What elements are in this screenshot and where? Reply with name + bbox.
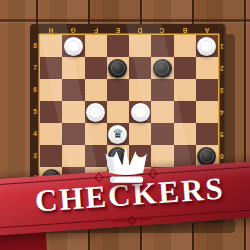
board-square[interactable] bbox=[174, 145, 196, 167]
board-square[interactable] bbox=[129, 123, 151, 145]
game-splash: HGFEDCBA 87654321 12345678 ♛ CHECKERS bbox=[0, 0, 250, 250]
board-square[interactable] bbox=[85, 79, 107, 101]
board-square[interactable] bbox=[107, 57, 129, 79]
board-square[interactable]: ♛ bbox=[107, 123, 129, 145]
coordinate-label: H bbox=[40, 25, 62, 35]
board-square[interactable] bbox=[196, 79, 218, 101]
board-square[interactable] bbox=[40, 101, 62, 123]
checker-black[interactable] bbox=[108, 59, 127, 78]
board-square[interactable] bbox=[174, 79, 196, 101]
checker-black[interactable] bbox=[153, 59, 172, 78]
checker-white[interactable] bbox=[64, 37, 83, 56]
coordinate-label: 8 bbox=[30, 35, 40, 57]
crown-icon bbox=[104, 145, 150, 189]
coordinate-letters-top: HGFEDCBA bbox=[40, 25, 218, 35]
board-square[interactable] bbox=[85, 123, 107, 145]
board-square[interactable] bbox=[40, 79, 62, 101]
board-square[interactable] bbox=[62, 145, 84, 167]
board-square[interactable] bbox=[196, 57, 218, 79]
coordinate-label: B bbox=[174, 25, 196, 35]
board-square[interactable] bbox=[151, 123, 173, 145]
board-square[interactable] bbox=[107, 79, 129, 101]
board-square[interactable] bbox=[174, 57, 196, 79]
board-square[interactable] bbox=[196, 123, 218, 145]
coordinate-label: 7 bbox=[30, 57, 40, 79]
checker-white[interactable] bbox=[197, 37, 216, 56]
board-square[interactable] bbox=[40, 145, 62, 167]
board-square[interactable] bbox=[107, 101, 129, 123]
board-square[interactable] bbox=[151, 35, 173, 57]
board-square[interactable] bbox=[40, 35, 62, 57]
board-square[interactable] bbox=[174, 101, 196, 123]
coordinate-label: G bbox=[62, 25, 84, 35]
board-square[interactable] bbox=[85, 101, 107, 123]
board-square[interactable] bbox=[40, 123, 62, 145]
king-crown-mark: ♛ bbox=[108, 125, 127, 144]
board-square[interactable] bbox=[151, 79, 173, 101]
checker-white[interactable] bbox=[86, 103, 105, 122]
coordinate-label: F bbox=[85, 25, 107, 35]
board-square[interactable] bbox=[62, 101, 84, 123]
board-square[interactable] bbox=[129, 57, 151, 79]
coordinate-label: E bbox=[107, 25, 129, 35]
coordinate-label: 4 bbox=[218, 101, 226, 123]
coordinate-label: C bbox=[151, 25, 173, 35]
board-square[interactable] bbox=[85, 57, 107, 79]
board-square[interactable] bbox=[40, 57, 62, 79]
board-square[interactable] bbox=[62, 35, 84, 57]
checker-white-king[interactable]: ♛ bbox=[108, 125, 127, 144]
board-square[interactable] bbox=[85, 35, 107, 57]
coordinate-label: A bbox=[196, 25, 218, 35]
coordinate-label: 1 bbox=[218, 35, 226, 57]
coordinate-label: 2 bbox=[218, 57, 226, 79]
checker-black[interactable] bbox=[197, 147, 216, 166]
wall-plank-groove bbox=[0, 19, 250, 22]
coordinate-label: 3 bbox=[30, 145, 40, 167]
board-square[interactable] bbox=[62, 79, 84, 101]
board-square[interactable] bbox=[174, 123, 196, 145]
board-square[interactable] bbox=[129, 35, 151, 57]
board-square[interactable] bbox=[151, 57, 173, 79]
coordinate-label: 5 bbox=[218, 123, 226, 145]
board-square[interactable] bbox=[174, 35, 196, 57]
coordinate-label: 5 bbox=[30, 101, 40, 123]
checker-white[interactable] bbox=[131, 103, 150, 122]
board-square[interactable] bbox=[62, 123, 84, 145]
board-square[interactable] bbox=[196, 101, 218, 123]
board-square[interactable] bbox=[196, 35, 218, 57]
board-square[interactable] bbox=[151, 101, 173, 123]
board-square[interactable] bbox=[107, 35, 129, 57]
board-square[interactable] bbox=[129, 79, 151, 101]
board-square[interactable] bbox=[129, 101, 151, 123]
coordinate-label: 6 bbox=[30, 79, 40, 101]
coordinate-label: 3 bbox=[218, 79, 226, 101]
coordinate-label: D bbox=[129, 25, 151, 35]
board-square[interactable] bbox=[151, 145, 173, 167]
board-square[interactable] bbox=[62, 57, 84, 79]
coordinate-label: 4 bbox=[30, 123, 40, 145]
